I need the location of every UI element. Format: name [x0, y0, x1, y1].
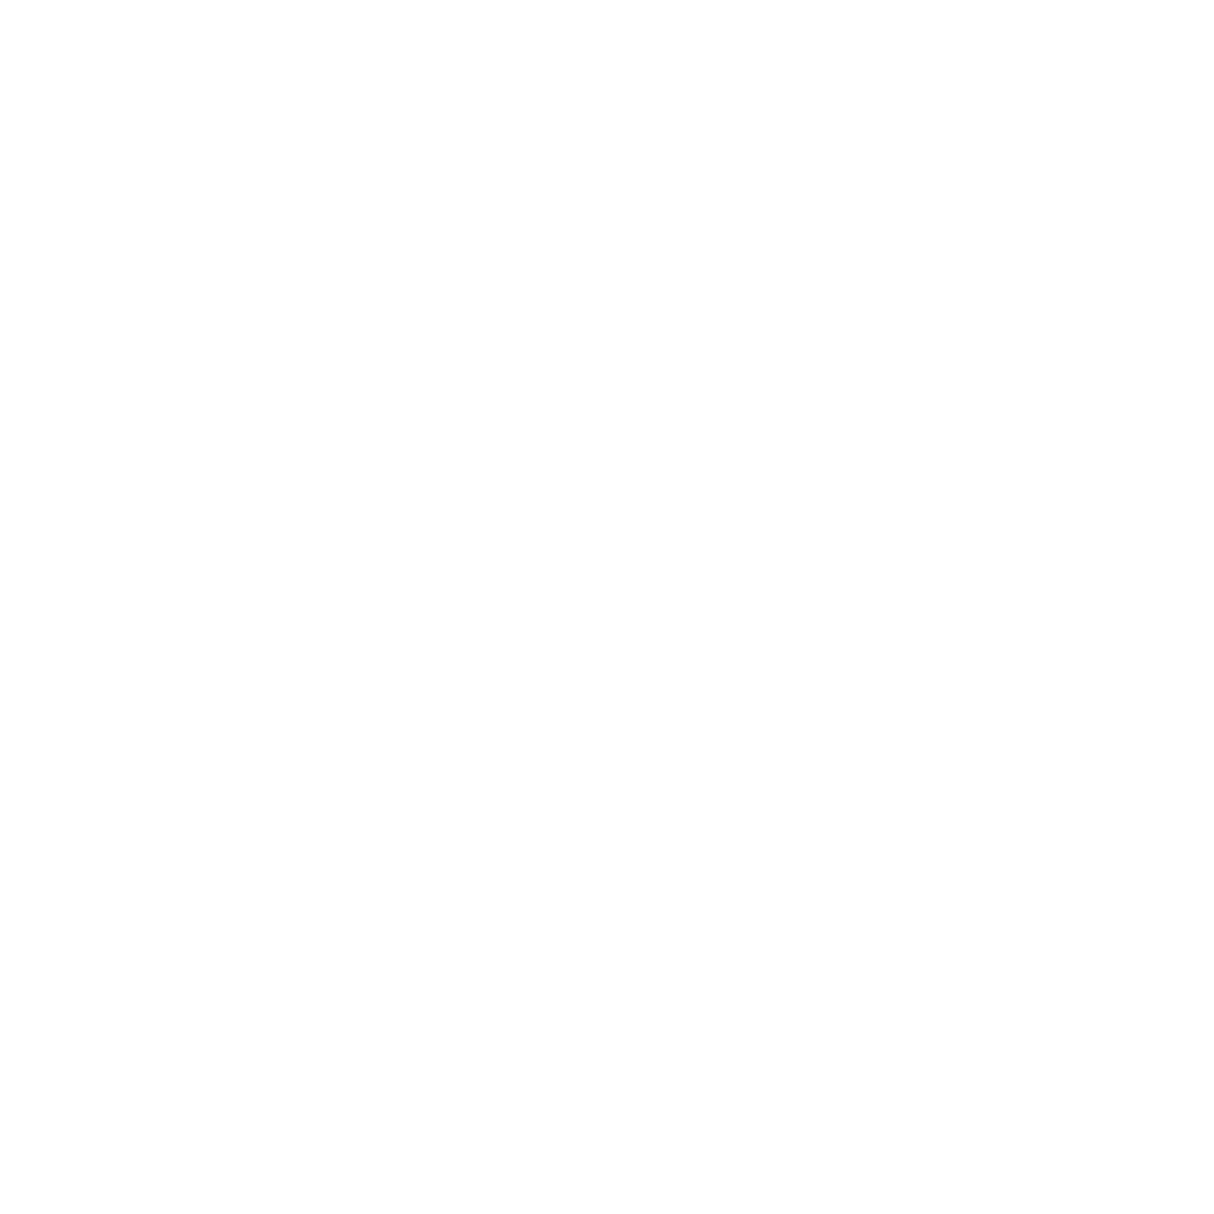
product-photo: [0, 0, 1214, 1214]
white-background: [0, 0, 1214, 1214]
montessori-cylinder-scene: [0, 0, 1214, 1214]
